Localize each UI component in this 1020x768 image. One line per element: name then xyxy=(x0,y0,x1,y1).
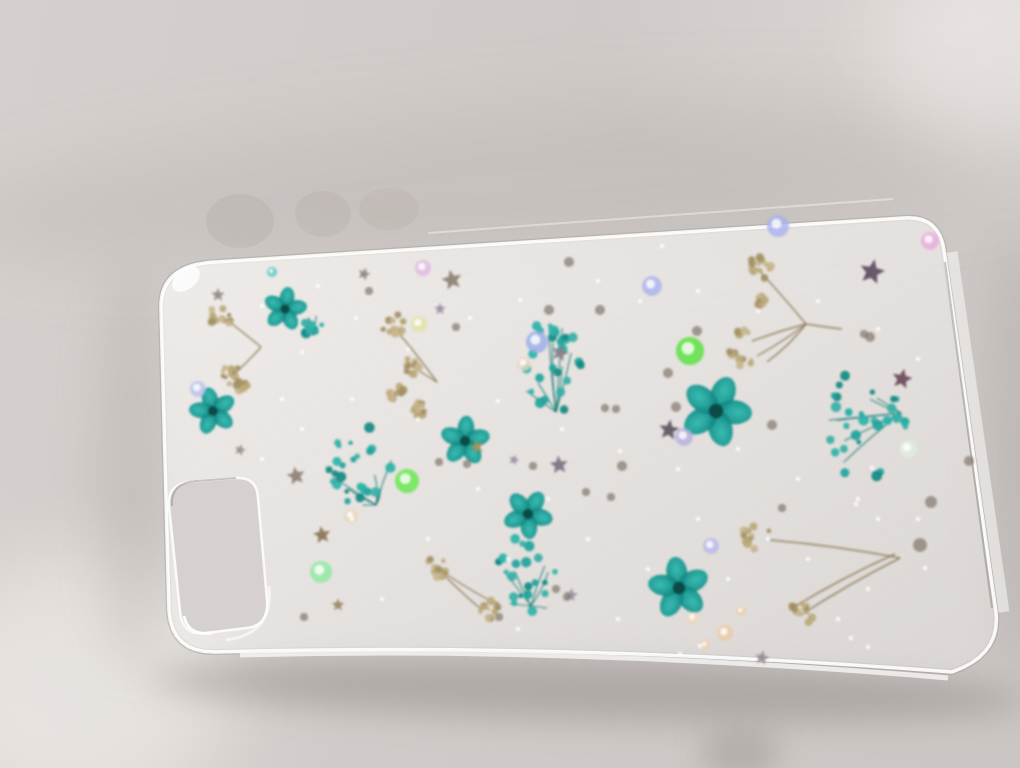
white-sparkle xyxy=(468,316,472,320)
pressed-flower xyxy=(642,553,716,624)
speck xyxy=(595,305,605,315)
white-sparkle xyxy=(660,244,664,248)
white-sparkle xyxy=(870,466,874,470)
star-glitter xyxy=(312,525,331,544)
speck xyxy=(463,460,471,468)
white-sparkle xyxy=(876,517,880,521)
pressed-flower xyxy=(258,283,312,335)
glitter-sparkle xyxy=(675,428,693,446)
speck xyxy=(495,613,503,621)
glitter-sparkle xyxy=(190,381,206,397)
white-sparkle xyxy=(696,289,700,293)
white-sparkle xyxy=(876,327,880,331)
white-sparkle xyxy=(916,357,920,361)
glitter-sparkle xyxy=(687,612,699,624)
glitter-sparkle xyxy=(395,469,419,493)
speck xyxy=(913,538,927,552)
speck xyxy=(925,496,937,508)
speck xyxy=(563,593,571,601)
speck xyxy=(778,504,786,512)
white-sparkle xyxy=(923,566,927,570)
white-sparkle xyxy=(260,457,264,461)
lace-flower-cluster xyxy=(826,371,909,481)
white-sparkle xyxy=(354,316,358,320)
glitter-sparkle xyxy=(642,276,662,296)
white-sparkle xyxy=(696,517,700,521)
star-glitter xyxy=(356,266,371,281)
star-glitter xyxy=(285,465,306,485)
glitter-sparkle xyxy=(310,561,332,583)
dried-sprig xyxy=(726,253,842,369)
speck xyxy=(435,458,443,466)
speck xyxy=(564,257,574,267)
white-sparkle xyxy=(736,447,740,451)
case-decorations xyxy=(0,0,1020,768)
star-glitter xyxy=(434,303,445,314)
white-sparkle xyxy=(596,279,600,283)
white-sparkle xyxy=(300,427,304,431)
lace-flower-cluster xyxy=(326,422,396,505)
white-sparkle xyxy=(516,627,520,631)
speck xyxy=(552,585,560,593)
white-sparkle xyxy=(856,497,860,501)
white-sparkle xyxy=(518,298,522,302)
speck xyxy=(692,326,702,336)
glitter-sparkle xyxy=(899,440,917,458)
white-sparkle xyxy=(496,399,500,403)
white-sparkle xyxy=(260,304,264,308)
white-sparkle xyxy=(638,299,642,303)
white-sparkle xyxy=(756,309,760,313)
speck xyxy=(529,462,537,470)
white-sparkle xyxy=(380,597,384,601)
lace-flower-cluster xyxy=(495,534,558,616)
speck xyxy=(365,287,373,295)
white-sparkle xyxy=(406,347,410,351)
speck xyxy=(671,402,681,412)
star-glitter xyxy=(508,453,521,466)
white-sparkle xyxy=(816,299,820,303)
speck xyxy=(612,405,620,413)
white-sparkle xyxy=(678,652,682,656)
star-glitter xyxy=(549,455,569,474)
white-sparkle xyxy=(426,537,430,541)
white-sparkle xyxy=(866,645,870,649)
speck xyxy=(964,456,974,466)
white-sparkle xyxy=(350,517,354,521)
pressed-flower xyxy=(437,414,494,468)
white-sparkle xyxy=(316,284,320,288)
glitter-sparkle xyxy=(517,357,531,371)
star-glitter xyxy=(233,443,247,456)
dried-sprig xyxy=(381,312,437,382)
dried-sprig xyxy=(740,523,900,626)
dried-sprig xyxy=(425,556,501,622)
white-sparkle xyxy=(618,449,622,453)
glitter-sparkle xyxy=(767,215,789,237)
speck xyxy=(617,461,627,471)
white-sparkle xyxy=(806,557,810,561)
glitter-sparkle xyxy=(267,267,277,277)
speck xyxy=(767,420,777,430)
speck xyxy=(544,305,554,315)
white-sparkle xyxy=(506,557,510,561)
star-glitter xyxy=(440,268,464,291)
white-sparkle xyxy=(854,502,858,506)
star-glitter xyxy=(858,257,887,285)
speck xyxy=(607,493,615,501)
lace-flower-cluster xyxy=(301,316,324,339)
white-sparkle xyxy=(646,567,650,571)
glitter-sparkle xyxy=(736,606,746,616)
speck xyxy=(601,404,609,412)
white-sparkle xyxy=(866,587,870,591)
white-sparkle xyxy=(280,397,284,401)
white-sparkle xyxy=(586,537,590,541)
glitter-sparkle xyxy=(921,232,939,250)
white-sparkle xyxy=(476,487,480,491)
white-sparkle xyxy=(796,477,800,481)
speck xyxy=(860,330,868,338)
pressed-flower xyxy=(492,479,564,550)
speck xyxy=(582,488,590,496)
glitter-sparkle xyxy=(717,625,733,641)
glitter-sparkle xyxy=(703,538,719,554)
white-sparkle xyxy=(560,427,564,431)
white-sparkle xyxy=(300,350,304,354)
dried-sprig xyxy=(386,383,426,419)
glitter-sparkle xyxy=(411,316,427,332)
speck xyxy=(663,368,673,378)
star-glitter xyxy=(332,599,344,611)
star-glitter xyxy=(211,288,224,301)
white-sparkle xyxy=(698,644,702,648)
white-sparkle xyxy=(546,497,550,501)
white-sparkle xyxy=(836,617,840,621)
speck xyxy=(300,613,308,621)
star-glitter xyxy=(754,649,770,665)
photo-scene xyxy=(0,0,1020,768)
star-glitter xyxy=(890,367,914,390)
white-sparkle xyxy=(676,467,680,471)
dried-sprig xyxy=(208,305,261,394)
white-sparkle xyxy=(726,577,730,581)
speck xyxy=(452,323,460,331)
white-sparkle xyxy=(616,617,620,621)
glitter-sparkle xyxy=(415,260,431,276)
white-sparkle xyxy=(916,517,920,521)
white-sparkle xyxy=(766,537,770,541)
glitter-sparkle xyxy=(526,331,548,353)
white-sparkle xyxy=(416,417,420,421)
white-sparkle xyxy=(849,636,853,640)
white-sparkle xyxy=(350,397,354,401)
glitter-sparkle xyxy=(676,337,704,365)
